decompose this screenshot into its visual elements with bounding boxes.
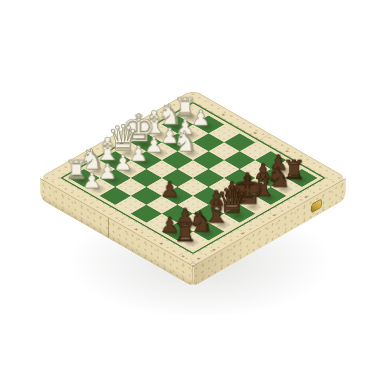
pawn-icon: ♟: [68, 171, 116, 192]
black-pawn-c5[interactable]: ♟: [162, 188, 193, 206]
pawn-icon: ♟: [146, 180, 194, 201]
fold-seam-front: [108, 218, 109, 239]
brass-clasp: [311, 198, 322, 213]
product-photo: ♜♞♝♛♚♝♞♜♟♟♟♟♟♟♟♟♞♟♟♟♟♟♟♟♟♜♞♝♛♚♝♞♜: [0, 0, 375, 375]
black-rook-a8[interactable]: ♜: [177, 232, 208, 250]
rook-icon: ♜: [161, 219, 209, 245]
